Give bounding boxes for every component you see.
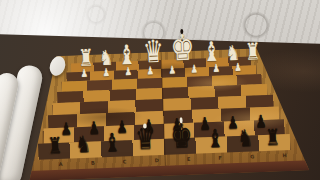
piece-white-pawn: ♟ xyxy=(234,62,242,73)
file-label: B xyxy=(91,160,95,166)
file-label: H xyxy=(282,152,286,158)
piece-black-bishop: ♝ xyxy=(104,130,122,156)
piece-white-pawn: ♟ xyxy=(124,66,132,77)
file-label: F xyxy=(218,155,222,161)
file-label: C xyxy=(123,158,127,164)
file-label: G xyxy=(250,153,254,159)
piece-black-king: ♚ xyxy=(170,119,193,153)
piece-black-rook: ♜ xyxy=(47,135,62,158)
black-back-row: ♜♞♝♛♚♝♞♜ xyxy=(44,110,283,157)
piece-white-pawn: ♟ xyxy=(168,64,176,75)
piece-white-pawn: ♟ xyxy=(190,64,198,75)
piece-black-knight: ♞ xyxy=(237,126,253,150)
file-label: D xyxy=(154,157,158,163)
piece-white-pawn: ♟ xyxy=(80,68,88,79)
file-label: A xyxy=(59,161,63,167)
piece-white-pawn: ♟ xyxy=(102,67,110,78)
piece-black-rook: ♜ xyxy=(265,126,280,149)
piece-white-rook: ♜ xyxy=(245,40,261,64)
piece-black-knight: ♞ xyxy=(75,133,91,157)
piece-white-pawn: ♟ xyxy=(212,63,220,74)
piece-black-bishop: ♝ xyxy=(207,126,225,152)
piece-white-pawn: ♟ xyxy=(146,65,154,76)
piece-black-queen: ♛ xyxy=(135,123,156,154)
scene-photo: ABCDEFGH ♜♞♝♛♚♝♞♜ ♟♟♟♟♟♟♟♟ ♟♟♟♟♟♟♟♟ ♜♞♝♛… xyxy=(0,0,320,180)
file-label: E xyxy=(187,156,191,162)
